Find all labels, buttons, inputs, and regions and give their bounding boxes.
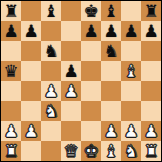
piece-white-pawn: ♟ xyxy=(3,121,18,141)
square-b1[interactable] xyxy=(21,141,41,161)
square-d2[interactable] xyxy=(61,121,81,141)
piece-white-king: ♚ xyxy=(83,141,98,161)
piece-white-queen: ♛ xyxy=(63,141,78,161)
square-g2[interactable]: ♟ xyxy=(121,121,141,141)
piece-white-pawn: ♟ xyxy=(23,121,38,141)
piece-black-bishop: ♝ xyxy=(103,1,118,21)
square-h7[interactable]: ♟ xyxy=(141,21,161,41)
square-f5[interactable] xyxy=(101,61,121,81)
square-e8[interactable]: ♚ xyxy=(81,1,101,21)
square-g3[interactable] xyxy=(121,101,141,121)
square-c3[interactable]: ♞ xyxy=(41,101,61,121)
square-g4[interactable] xyxy=(121,81,141,101)
piece-black-pawn: ♟ xyxy=(123,21,138,41)
piece-white-rook: ♜ xyxy=(3,141,18,161)
piece-white-rook: ♜ xyxy=(143,141,158,161)
square-c1[interactable] xyxy=(41,141,61,161)
square-h4[interactable] xyxy=(141,81,161,101)
square-g5[interactable]: ♝ xyxy=(121,61,141,81)
square-h8[interactable]: ♜ xyxy=(141,1,161,21)
square-c6[interactable]: ♞ xyxy=(41,41,61,61)
square-a1[interactable]: ♜ xyxy=(1,141,21,161)
square-e6[interactable] xyxy=(81,41,101,61)
square-c8[interactable]: ♝ xyxy=(41,1,61,21)
square-a6[interactable] xyxy=(1,41,21,61)
piece-black-pawn: ♟ xyxy=(23,21,38,41)
square-e4[interactable] xyxy=(81,81,101,101)
piece-black-bishop: ♝ xyxy=(43,1,58,21)
square-d1[interactable]: ♛ xyxy=(61,141,81,161)
square-c7[interactable] xyxy=(41,21,61,41)
square-c2[interactable] xyxy=(41,121,61,141)
square-b7[interactable]: ♟ xyxy=(21,21,41,41)
square-b3[interactable] xyxy=(21,101,41,121)
square-d3[interactable] xyxy=(61,101,81,121)
piece-white-pawn: ♟ xyxy=(103,121,118,141)
chess-board: ♜♝♚♝♜♟♟♟♟♟♟♞♞♛♟♝♟♟♞♟♟♟♟♟♜♛♚♝♞♜ xyxy=(0,0,162,162)
square-a3[interactable] xyxy=(1,101,21,121)
piece-black-rook: ♜ xyxy=(143,1,158,21)
piece-black-rook: ♜ xyxy=(3,1,18,21)
piece-black-pawn: ♟ xyxy=(63,61,78,81)
square-c5[interactable] xyxy=(41,61,61,81)
piece-white-pawn: ♟ xyxy=(123,121,138,141)
square-e7[interactable]: ♟ xyxy=(81,21,101,41)
piece-black-knight: ♞ xyxy=(43,41,58,61)
piece-black-pawn: ♟ xyxy=(143,21,158,41)
piece-white-bishop: ♝ xyxy=(123,61,138,81)
square-g1[interactable]: ♞ xyxy=(121,141,141,161)
square-a7[interactable]: ♟ xyxy=(1,21,21,41)
square-f3[interactable] xyxy=(101,101,121,121)
square-f7[interactable]: ♟ xyxy=(101,21,121,41)
piece-white-pawn: ♟ xyxy=(143,121,158,141)
square-b2[interactable]: ♟ xyxy=(21,121,41,141)
square-f8[interactable]: ♝ xyxy=(101,1,121,21)
square-f6[interactable]: ♞ xyxy=(101,41,121,61)
square-a5[interactable]: ♛ xyxy=(1,61,21,81)
square-f2[interactable]: ♟ xyxy=(101,121,121,141)
square-g8[interactable] xyxy=(121,1,141,21)
square-f4[interactable] xyxy=(101,81,121,101)
piece-black-knight: ♞ xyxy=(103,41,118,61)
piece-black-queen: ♛ xyxy=(3,61,18,81)
square-d7[interactable] xyxy=(61,21,81,41)
square-e1[interactable]: ♚ xyxy=(81,141,101,161)
piece-white-bishop: ♝ xyxy=(103,141,118,161)
piece-white-knight: ♞ xyxy=(123,141,138,161)
square-f1[interactable]: ♝ xyxy=(101,141,121,161)
square-b8[interactable] xyxy=(21,1,41,21)
piece-black-pawn: ♟ xyxy=(3,21,18,41)
square-h2[interactable]: ♟ xyxy=(141,121,161,141)
square-d5[interactable]: ♟ xyxy=(61,61,81,81)
piece-black-pawn: ♟ xyxy=(103,21,118,41)
piece-black-pawn: ♟ xyxy=(83,21,98,41)
square-h3[interactable] xyxy=(141,101,161,121)
piece-white-knight: ♞ xyxy=(43,101,58,121)
square-c4[interactable]: ♟ xyxy=(41,81,61,101)
square-e3[interactable] xyxy=(81,101,101,121)
square-h6[interactable] xyxy=(141,41,161,61)
piece-white-pawn: ♟ xyxy=(43,81,58,101)
square-a2[interactable]: ♟ xyxy=(1,121,21,141)
square-a4[interactable] xyxy=(1,81,21,101)
square-g7[interactable]: ♟ xyxy=(121,21,141,41)
piece-black-king: ♚ xyxy=(83,1,98,21)
board-grid: ♜♝♚♝♜♟♟♟♟♟♟♞♞♛♟♝♟♟♞♟♟♟♟♟♜♛♚♝♞♜ xyxy=(1,1,161,161)
square-h5[interactable] xyxy=(141,61,161,81)
square-b5[interactable] xyxy=(21,61,41,81)
square-d8[interactable] xyxy=(61,1,81,21)
square-e2[interactable] xyxy=(81,121,101,141)
square-h1[interactable]: ♜ xyxy=(141,141,161,161)
square-a8[interactable]: ♜ xyxy=(1,1,21,21)
square-e5[interactable] xyxy=(81,61,101,81)
square-d6[interactable] xyxy=(61,41,81,61)
square-d4[interactable]: ♟ xyxy=(61,81,81,101)
square-b6[interactable] xyxy=(21,41,41,61)
square-b4[interactable] xyxy=(21,81,41,101)
piece-white-pawn: ♟ xyxy=(63,81,78,101)
square-g6[interactable] xyxy=(121,41,141,61)
